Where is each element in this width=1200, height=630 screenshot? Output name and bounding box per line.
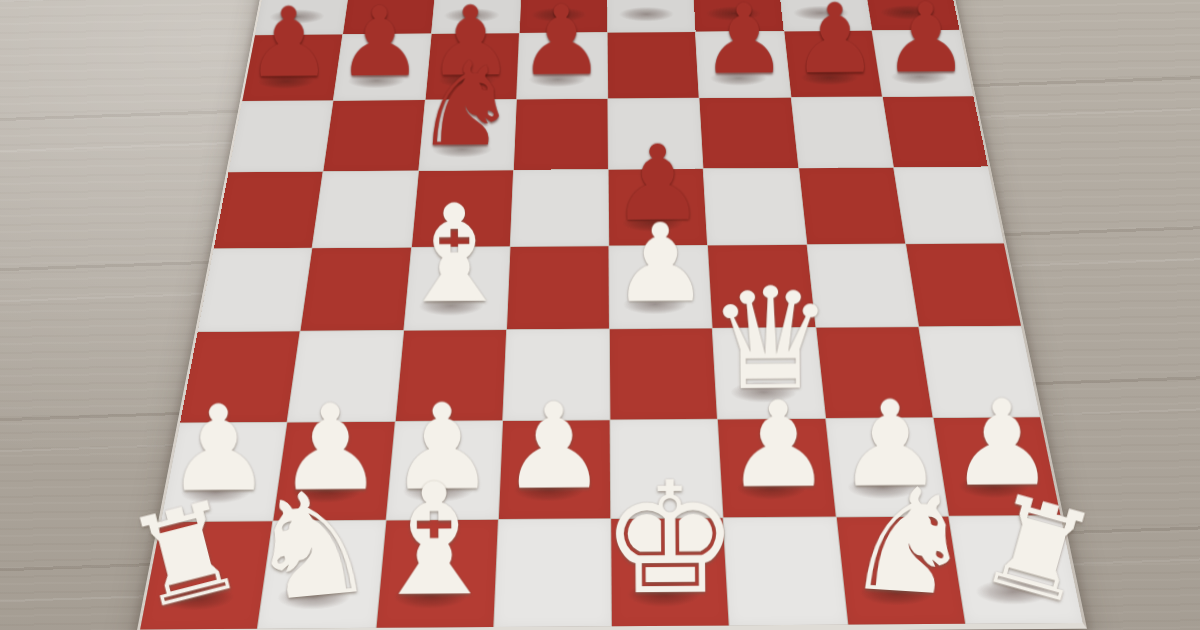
square-f6 <box>700 97 798 168</box>
piece-white-bishop-c4: ♝ <box>394 187 516 323</box>
square-h5 <box>894 167 1004 244</box>
square-a5 <box>214 172 323 249</box>
scene: ♜♝♛♚♝♞♜♟♟♟♟♟♟♟♞♟♝♟♛♟♟♟♟♟♟♟♜♞♝♚♞♜ <box>0 0 1200 630</box>
square-c4: ♝ <box>404 247 510 330</box>
square-e7 <box>608 32 699 98</box>
square-h7: ♟ <box>872 30 973 96</box>
piece-red-knight-c6: ♞ <box>413 46 518 163</box>
piece-white-pawn-d2: ♟ <box>501 386 608 505</box>
square-f5 <box>704 168 806 245</box>
square-d7: ♟ <box>517 33 608 99</box>
square-e8: ♚ <box>607 0 695 32</box>
square-g7: ♟ <box>784 31 882 97</box>
square-a4 <box>198 248 312 331</box>
piece-white-king-e1: ♚ <box>600 461 739 616</box>
piece-white-knight-g1: ♞ <box>841 465 979 617</box>
square-h6 <box>883 96 988 167</box>
square-d1 <box>494 519 611 627</box>
square-e4: ♟ <box>609 246 712 329</box>
square-a7: ♟ <box>242 35 342 101</box>
piece-white-knight-b1: ♞ <box>240 467 382 623</box>
piece-red-pawn-h7: ♟ <box>883 0 970 87</box>
square-c6: ♞ <box>419 99 516 170</box>
board-grid: ♜♝♛♚♝♞♜♟♟♟♟♟♟♟♞♟♝♟♛♟♟♟♟♟♟♟♜♞♝♚♞♜ <box>140 0 1083 630</box>
square-g1: ♞ <box>836 516 965 624</box>
piece-red-pawn-f7: ♟ <box>701 0 788 88</box>
square-g6 <box>791 97 893 168</box>
square-b6 <box>324 100 425 171</box>
piece-red-pawn-a7: ♟ <box>245 0 332 91</box>
square-e1: ♚ <box>611 518 729 626</box>
piece-white-pawn-e4: ♟ <box>611 208 709 317</box>
square-d6 <box>514 99 608 170</box>
square-c1: ♝ <box>376 520 498 628</box>
square-g5 <box>799 168 905 245</box>
square-h4 <box>906 244 1021 327</box>
piece-white-bishop-c1: ♝ <box>365 463 504 618</box>
piece-red-pawn-g7: ♟ <box>792 0 879 88</box>
piece-white-pawn-f2: ♟ <box>725 385 832 504</box>
piece-red-pawn-b7: ♟ <box>336 0 423 91</box>
square-e3 <box>610 329 717 419</box>
square-d2: ♟ <box>499 420 611 519</box>
square-d4 <box>507 246 609 329</box>
square-f1 <box>724 517 847 625</box>
square-a6 <box>229 101 333 172</box>
piece-red-pawn-d7: ♟ <box>518 0 605 89</box>
square-f7: ♟ <box>696 32 790 98</box>
square-d5 <box>510 170 608 247</box>
chess-board: ♜♝♛♚♝♞♜♟♟♟♟♟♟♟♞♟♝♟♛♟♟♟♟♟♟♟♜♞♝♚♞♜ <box>136 0 1087 630</box>
